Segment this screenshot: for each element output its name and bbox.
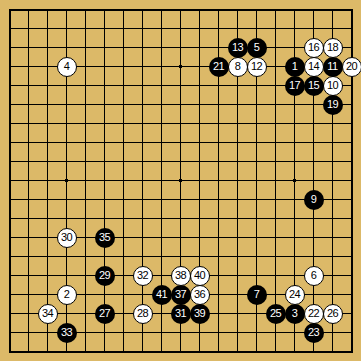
board-cell[interactable] (95, 152, 114, 171)
board-cell[interactable] (171, 38, 190, 57)
board-cell[interactable] (228, 95, 247, 114)
board-cell[interactable] (323, 266, 342, 285)
board-cell[interactable] (171, 228, 190, 247)
board-cell[interactable] (0, 323, 19, 342)
board-cell[interactable] (342, 76, 361, 95)
board-cell[interactable] (114, 38, 133, 57)
board-cell[interactable] (342, 266, 361, 285)
board-cell[interactable] (190, 76, 209, 95)
board-cell[interactable] (19, 0, 38, 19)
board-cell[interactable] (228, 228, 247, 247)
board-cell[interactable] (266, 114, 285, 133)
board-cell[interactable] (0, 285, 19, 304)
board-cell[interactable] (323, 133, 342, 152)
board-cell[interactable] (0, 190, 19, 209)
board-cell[interactable] (304, 0, 323, 19)
board-cell[interactable] (0, 304, 19, 323)
board-cell[interactable] (190, 152, 209, 171)
board-cell[interactable] (171, 95, 190, 114)
board-cell[interactable] (152, 57, 171, 76)
board-cell[interactable] (38, 19, 57, 38)
board-cell[interactable] (323, 342, 342, 361)
board-cell[interactable] (57, 19, 76, 38)
board-cell[interactable] (152, 228, 171, 247)
board-cell[interactable] (323, 247, 342, 266)
board-cell[interactable] (323, 209, 342, 228)
board-cell[interactable] (114, 342, 133, 361)
board-cell[interactable] (285, 247, 304, 266)
board-cell[interactable] (247, 266, 266, 285)
board-cell[interactable] (266, 95, 285, 114)
board-cell[interactable] (133, 95, 152, 114)
board-cell[interactable] (0, 38, 19, 57)
board-cell[interactable] (133, 342, 152, 361)
board-cell[interactable] (133, 114, 152, 133)
board-cell[interactable] (171, 247, 190, 266)
board-cell[interactable] (0, 266, 19, 285)
board-cell[interactable] (114, 152, 133, 171)
board-cell[interactable] (19, 152, 38, 171)
board-cell[interactable] (342, 0, 361, 19)
board-cell[interactable] (209, 247, 228, 266)
board-cell[interactable] (19, 209, 38, 228)
board-cell[interactable] (247, 0, 266, 19)
board-cell[interactable] (95, 0, 114, 19)
board-cell[interactable] (228, 285, 247, 304)
board-cell[interactable] (209, 38, 228, 57)
board-cell[interactable] (247, 76, 266, 95)
board-cell[interactable] (152, 247, 171, 266)
board-cell[interactable] (228, 114, 247, 133)
board-cell[interactable] (95, 19, 114, 38)
board-cell[interactable] (133, 228, 152, 247)
board-cell[interactable] (285, 152, 304, 171)
board-cell[interactable] (19, 266, 38, 285)
board-cell[interactable] (228, 0, 247, 19)
board-cell[interactable] (304, 171, 323, 190)
board-cell[interactable] (0, 76, 19, 95)
board-cell[interactable] (133, 19, 152, 38)
board-cell[interactable] (114, 266, 133, 285)
board-cell[interactable] (133, 190, 152, 209)
board-cell[interactable] (0, 247, 19, 266)
board-cell[interactable] (209, 19, 228, 38)
board-cell[interactable] (19, 323, 38, 342)
board-cell[interactable] (114, 114, 133, 133)
board-cell[interactable] (247, 323, 266, 342)
board-cell[interactable] (209, 95, 228, 114)
board-cell[interactable] (133, 247, 152, 266)
board-cell[interactable] (209, 152, 228, 171)
board-cell[interactable] (209, 228, 228, 247)
board-cell[interactable] (152, 342, 171, 361)
board-cell[interactable] (323, 19, 342, 38)
board-cell[interactable] (171, 342, 190, 361)
board-cell[interactable] (323, 171, 342, 190)
board-cell[interactable] (76, 209, 95, 228)
board-cell[interactable] (323, 190, 342, 209)
board-cell[interactable] (38, 171, 57, 190)
board-cell[interactable] (342, 190, 361, 209)
board-cell[interactable] (133, 0, 152, 19)
board-cell[interactable] (266, 38, 285, 57)
board-cell[interactable] (152, 323, 171, 342)
board-cell[interactable] (57, 342, 76, 361)
board-cell[interactable] (114, 285, 133, 304)
board-cell[interactable] (38, 76, 57, 95)
board-cell[interactable] (342, 19, 361, 38)
board-cell[interactable] (190, 0, 209, 19)
board-cell[interactable] (0, 209, 19, 228)
board-cell[interactable] (190, 95, 209, 114)
board-cell[interactable] (57, 114, 76, 133)
board-cell[interactable] (114, 228, 133, 247)
board-cell[interactable] (95, 57, 114, 76)
board-cell[interactable] (0, 95, 19, 114)
board-cell[interactable] (76, 152, 95, 171)
board-cell[interactable] (323, 228, 342, 247)
board-cell[interactable] (342, 285, 361, 304)
board-cell[interactable] (266, 342, 285, 361)
board-cell[interactable] (285, 114, 304, 133)
board-cell[interactable] (95, 247, 114, 266)
board-cell[interactable] (38, 209, 57, 228)
board-cell[interactable] (190, 171, 209, 190)
board-cell[interactable] (323, 0, 342, 19)
board-cell[interactable] (57, 38, 76, 57)
board-cell[interactable] (114, 19, 133, 38)
board-cell[interactable] (152, 152, 171, 171)
board-cell[interactable] (304, 342, 323, 361)
board-cell[interactable] (304, 228, 323, 247)
board-cell[interactable] (19, 76, 38, 95)
board-cell[interactable] (152, 171, 171, 190)
board-cell[interactable] (19, 19, 38, 38)
board-cell[interactable] (152, 304, 171, 323)
board-cell[interactable] (57, 247, 76, 266)
board-cell[interactable] (228, 133, 247, 152)
board-cell[interactable] (57, 190, 76, 209)
board-cell[interactable] (304, 247, 323, 266)
board-cell[interactable] (247, 19, 266, 38)
board-cell[interactable] (95, 209, 114, 228)
board-cell[interactable] (209, 323, 228, 342)
board-cell[interactable] (285, 228, 304, 247)
board-cell[interactable] (247, 95, 266, 114)
board-cell[interactable] (190, 247, 209, 266)
board-cell[interactable] (0, 19, 19, 38)
board-cell[interactable] (38, 152, 57, 171)
board-cell[interactable] (57, 133, 76, 152)
board-cell[interactable] (285, 95, 304, 114)
board-cell[interactable] (38, 95, 57, 114)
board-cell[interactable] (266, 190, 285, 209)
board-cell[interactable] (133, 57, 152, 76)
board-cell[interactable] (171, 152, 190, 171)
board-cell[interactable] (209, 209, 228, 228)
board-cell[interactable] (285, 0, 304, 19)
board-cell[interactable] (266, 57, 285, 76)
board-cell[interactable] (19, 171, 38, 190)
board-cell[interactable] (76, 323, 95, 342)
board-cell[interactable] (133, 152, 152, 171)
board-cell[interactable] (76, 342, 95, 361)
board-cell[interactable] (95, 38, 114, 57)
board-cell[interactable] (266, 19, 285, 38)
board-cell[interactable] (76, 114, 95, 133)
board-cell[interactable] (76, 228, 95, 247)
board-cell[interactable] (114, 133, 133, 152)
board-cell[interactable] (228, 171, 247, 190)
board-cell[interactable] (0, 171, 19, 190)
board-cell[interactable] (57, 266, 76, 285)
board-cell[interactable] (342, 247, 361, 266)
board-cell[interactable] (209, 171, 228, 190)
board-cell[interactable] (171, 209, 190, 228)
board-cell[interactable] (57, 152, 76, 171)
board-cell[interactable] (247, 190, 266, 209)
board-cell[interactable] (38, 247, 57, 266)
board-cell[interactable] (342, 114, 361, 133)
board-cell[interactable] (133, 323, 152, 342)
board-cell[interactable] (285, 190, 304, 209)
board-cell[interactable] (171, 190, 190, 209)
board-cell[interactable] (266, 171, 285, 190)
board-cell[interactable] (19, 228, 38, 247)
board-cell[interactable] (95, 190, 114, 209)
board-cell[interactable] (342, 342, 361, 361)
board-cell[interactable] (76, 171, 95, 190)
board-cell[interactable] (19, 95, 38, 114)
board-cell[interactable] (209, 76, 228, 95)
board-cell[interactable] (171, 0, 190, 19)
board-cell[interactable] (114, 323, 133, 342)
board-cell[interactable] (19, 133, 38, 152)
board-cell[interactable] (209, 285, 228, 304)
board-cell[interactable] (266, 209, 285, 228)
board-cell[interactable] (228, 323, 247, 342)
board-cell[interactable] (114, 76, 133, 95)
board-cell[interactable] (114, 209, 133, 228)
board-cell[interactable] (285, 209, 304, 228)
board-cell[interactable] (209, 304, 228, 323)
board-cell[interactable] (76, 247, 95, 266)
board-cell[interactable] (266, 247, 285, 266)
board-cell[interactable] (342, 152, 361, 171)
board-cell[interactable] (57, 304, 76, 323)
board-cell[interactable] (76, 190, 95, 209)
board-cell[interactable] (209, 342, 228, 361)
board-cell[interactable] (76, 133, 95, 152)
board-cell[interactable] (285, 38, 304, 57)
board-cell[interactable] (285, 19, 304, 38)
board-cell[interactable] (19, 304, 38, 323)
board-cell[interactable] (342, 133, 361, 152)
board-cell[interactable] (114, 95, 133, 114)
board-cell[interactable] (209, 114, 228, 133)
board-cell[interactable] (76, 19, 95, 38)
board-cell[interactable] (304, 285, 323, 304)
board-cell[interactable] (152, 38, 171, 57)
board-cell[interactable] (171, 114, 190, 133)
board-cell[interactable] (171, 133, 190, 152)
board-cell[interactable] (152, 76, 171, 95)
board-cell[interactable] (190, 57, 209, 76)
board-cell[interactable] (190, 228, 209, 247)
board-cell[interactable] (76, 95, 95, 114)
board-cell[interactable] (285, 266, 304, 285)
board-cell[interactable] (95, 342, 114, 361)
board-cell[interactable] (152, 209, 171, 228)
board-cell[interactable] (114, 57, 133, 76)
board-cell[interactable] (190, 114, 209, 133)
board-cell[interactable] (304, 19, 323, 38)
board-cell[interactable] (171, 323, 190, 342)
board-cell[interactable] (209, 190, 228, 209)
board-cell[interactable] (190, 19, 209, 38)
board-cell[interactable] (76, 266, 95, 285)
board-cell[interactable] (133, 285, 152, 304)
board-cell[interactable] (342, 38, 361, 57)
board-cell[interactable] (228, 266, 247, 285)
board-cell[interactable] (19, 114, 38, 133)
board-cell[interactable] (323, 152, 342, 171)
board-cell[interactable] (228, 190, 247, 209)
board-cell[interactable] (95, 285, 114, 304)
board-cell[interactable] (152, 19, 171, 38)
board-cell[interactable] (209, 0, 228, 19)
board-cell[interactable] (19, 38, 38, 57)
board-cell[interactable] (38, 0, 57, 19)
board-cell[interactable] (190, 209, 209, 228)
board-cell[interactable] (209, 133, 228, 152)
board-cell[interactable] (228, 152, 247, 171)
board-cell[interactable] (19, 285, 38, 304)
board-cell[interactable] (152, 114, 171, 133)
board-cell[interactable] (95, 323, 114, 342)
board-cell[interactable] (152, 266, 171, 285)
board-cell[interactable] (285, 133, 304, 152)
board-cell[interactable] (247, 247, 266, 266)
board-cell[interactable] (228, 209, 247, 228)
board-cell[interactable] (323, 285, 342, 304)
board-cell[interactable] (266, 152, 285, 171)
board-cell[interactable] (285, 342, 304, 361)
board-cell[interactable] (0, 152, 19, 171)
board-cell[interactable] (133, 209, 152, 228)
board-cell[interactable] (247, 171, 266, 190)
board-cell[interactable] (190, 38, 209, 57)
board-cell[interactable] (19, 342, 38, 361)
board-cell[interactable] (38, 342, 57, 361)
board-cell[interactable] (95, 95, 114, 114)
board-cell[interactable] (304, 133, 323, 152)
board-cell[interactable] (247, 228, 266, 247)
board-cell[interactable] (342, 95, 361, 114)
board-cell[interactable] (266, 228, 285, 247)
board-cell[interactable] (114, 304, 133, 323)
board-cell[interactable] (0, 57, 19, 76)
board-cell[interactable] (228, 342, 247, 361)
board-cell[interactable] (133, 76, 152, 95)
board-cell[interactable] (266, 133, 285, 152)
board-cell[interactable] (304, 209, 323, 228)
board-cell[interactable] (0, 0, 19, 19)
board-cell[interactable] (38, 38, 57, 57)
board-cell[interactable] (247, 209, 266, 228)
board-cell[interactable] (190, 342, 209, 361)
board-cell[interactable] (38, 323, 57, 342)
board-cell[interactable] (38, 285, 57, 304)
board-cell[interactable] (247, 342, 266, 361)
board-cell[interactable] (266, 266, 285, 285)
board-cell[interactable] (95, 114, 114, 133)
board-cell[interactable] (76, 304, 95, 323)
board-cell[interactable] (57, 0, 76, 19)
board-cell[interactable] (133, 171, 152, 190)
board-cell[interactable] (95, 133, 114, 152)
board-cell[interactable] (133, 133, 152, 152)
board-cell[interactable] (342, 304, 361, 323)
board-cell[interactable] (76, 38, 95, 57)
board-cell[interactable] (342, 228, 361, 247)
board-cell[interactable] (0, 133, 19, 152)
board-cell[interactable] (285, 323, 304, 342)
board-cell[interactable] (228, 76, 247, 95)
board-cell[interactable] (114, 171, 133, 190)
board-cell[interactable] (38, 190, 57, 209)
board-cell[interactable] (342, 171, 361, 190)
board-cell[interactable] (190, 323, 209, 342)
board-cell[interactable] (38, 266, 57, 285)
board-cell[interactable] (152, 0, 171, 19)
board-cell[interactable] (0, 114, 19, 133)
board-cell[interactable] (152, 95, 171, 114)
board-cell[interactable] (266, 323, 285, 342)
board-cell[interactable] (0, 228, 19, 247)
board-cell[interactable] (228, 247, 247, 266)
board-cell[interactable] (247, 304, 266, 323)
board-cell[interactable] (76, 57, 95, 76)
board-cell[interactable] (0, 342, 19, 361)
board-cell[interactable] (247, 133, 266, 152)
board-cell[interactable] (228, 19, 247, 38)
board-cell[interactable] (19, 57, 38, 76)
board-cell[interactable] (57, 76, 76, 95)
board-cell[interactable] (152, 133, 171, 152)
board-cell[interactable] (266, 76, 285, 95)
board-cell[interactable] (247, 152, 266, 171)
board-cell[interactable] (76, 76, 95, 95)
board-cell[interactable] (38, 114, 57, 133)
board-cell[interactable] (266, 0, 285, 19)
board-cell[interactable] (114, 0, 133, 19)
board-cell[interactable] (323, 323, 342, 342)
board-cell[interactable] (38, 57, 57, 76)
board-cell[interactable] (209, 266, 228, 285)
board-cell[interactable] (152, 190, 171, 209)
board-cell[interactable] (76, 285, 95, 304)
board-cell[interactable] (304, 152, 323, 171)
board-cell[interactable] (114, 190, 133, 209)
board-cell[interactable] (323, 114, 342, 133)
board-cell[interactable] (171, 19, 190, 38)
board-cell[interactable] (57, 95, 76, 114)
board-cell[interactable] (133, 38, 152, 57)
board-cell[interactable] (38, 228, 57, 247)
board-cell[interactable] (76, 0, 95, 19)
board-cell[interactable] (304, 114, 323, 133)
